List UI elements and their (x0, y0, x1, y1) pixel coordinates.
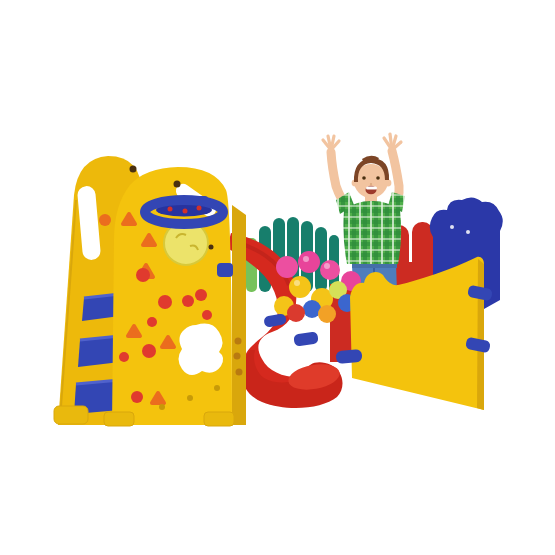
climber-tower (54, 156, 246, 426)
tower-eye-dot-front (174, 181, 181, 188)
child-shirt (343, 201, 401, 264)
tower-eye-dot-back (130, 166, 137, 173)
tower-window-cutout (179, 324, 224, 376)
product-photo (0, 0, 555, 555)
playset-illustration (0, 0, 555, 555)
tower-side-return (232, 205, 246, 425)
tower-side-clip (217, 263, 233, 277)
